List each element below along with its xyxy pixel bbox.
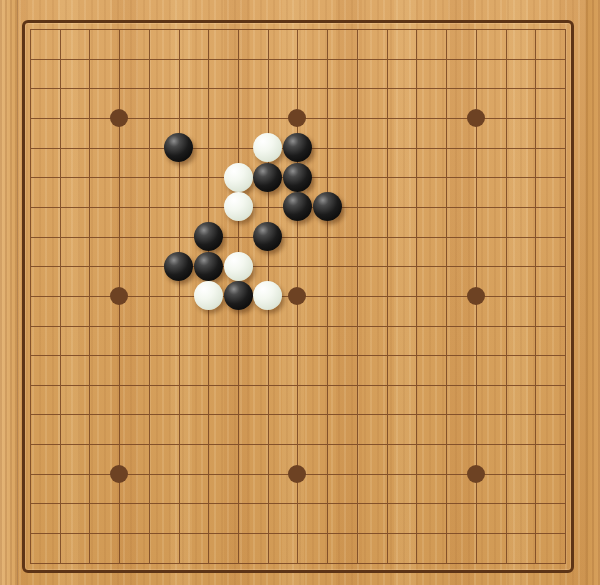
intersection-5-12[interactable] xyxy=(134,340,164,370)
intersection-8-15[interactable] xyxy=(223,429,253,459)
intersection-11-11[interactable] xyxy=(312,311,342,341)
intersection-14-8[interactable] xyxy=(401,222,431,252)
intersection-6-8[interactable] xyxy=(164,222,194,252)
intersection-2-3[interactable] xyxy=(45,73,75,103)
intersection-10-17[interactable] xyxy=(283,488,313,518)
intersection-6-5[interactable] xyxy=(164,133,194,163)
intersection-4-13[interactable] xyxy=(104,370,134,400)
intersection-3-6[interactable] xyxy=(75,162,105,192)
intersection-18-6[interactable] xyxy=(520,162,550,192)
intersection-10-12[interactable] xyxy=(283,340,313,370)
intersection-11-18[interactable] xyxy=(312,518,342,548)
intersection-10-4[interactable] xyxy=(283,103,313,133)
intersection-11-7[interactable] xyxy=(312,192,342,222)
intersection-18-16[interactable] xyxy=(520,459,550,489)
intersection-14-9[interactable] xyxy=(401,251,431,281)
intersection-8-19[interactable] xyxy=(223,548,253,578)
intersection-12-3[interactable] xyxy=(342,73,372,103)
intersection-3-3[interactable] xyxy=(75,73,105,103)
intersection-4-18[interactable] xyxy=(104,518,134,548)
intersection-4-19[interactable] xyxy=(104,548,134,578)
intersection-14-13[interactable] xyxy=(401,370,431,400)
intersection-15-17[interactable] xyxy=(431,488,461,518)
intersection-9-16[interactable] xyxy=(253,459,283,489)
intersection-4-4[interactable] xyxy=(104,103,134,133)
intersection-17-1[interactable] xyxy=(491,14,521,44)
intersection-1-19[interactable] xyxy=(15,548,45,578)
intersection-4-5[interactable] xyxy=(104,133,134,163)
intersection-11-10[interactable] xyxy=(312,281,342,311)
intersection-15-16[interactable] xyxy=(431,459,461,489)
intersection-18-9[interactable] xyxy=(520,251,550,281)
intersection-5-5[interactable] xyxy=(134,133,164,163)
intersection-7-9[interactable] xyxy=(193,251,223,281)
intersection-7-8[interactable] xyxy=(193,222,223,252)
intersection-11-16[interactable] xyxy=(312,459,342,489)
intersection-15-4[interactable] xyxy=(431,103,461,133)
intersection-17-4[interactable] xyxy=(491,103,521,133)
intersection-17-18[interactable] xyxy=(491,518,521,548)
intersection-18-5[interactable] xyxy=(520,133,550,163)
intersection-14-16[interactable] xyxy=(401,459,431,489)
intersection-19-16[interactable] xyxy=(550,459,580,489)
intersection-2-12[interactable] xyxy=(45,340,75,370)
intersection-17-8[interactable] xyxy=(491,222,521,252)
intersection-8-17[interactable] xyxy=(223,488,253,518)
intersection-16-3[interactable] xyxy=(461,73,491,103)
intersection-10-10[interactable] xyxy=(283,281,313,311)
intersection-9-18[interactable] xyxy=(253,518,283,548)
intersection-9-7[interactable] xyxy=(253,192,283,222)
intersection-16-2[interactable] xyxy=(461,44,491,74)
intersection-16-15[interactable] xyxy=(461,429,491,459)
intersection-13-9[interactable] xyxy=(372,251,402,281)
intersection-10-8[interactable] xyxy=(283,222,313,252)
intersection-6-9[interactable] xyxy=(164,251,194,281)
intersection-4-17[interactable] xyxy=(104,488,134,518)
intersection-3-16[interactable] xyxy=(75,459,105,489)
intersection-17-13[interactable] xyxy=(491,370,521,400)
intersection-12-14[interactable] xyxy=(342,400,372,430)
intersection-2-17[interactable] xyxy=(45,488,75,518)
intersection-19-5[interactable] xyxy=(550,133,580,163)
intersection-6-12[interactable] xyxy=(164,340,194,370)
intersection-14-6[interactable] xyxy=(401,162,431,192)
intersection-11-1[interactable] xyxy=(312,14,342,44)
intersection-12-11[interactable] xyxy=(342,311,372,341)
intersection-11-2[interactable] xyxy=(312,44,342,74)
intersection-10-6[interactable] xyxy=(283,162,313,192)
intersection-6-13[interactable] xyxy=(164,370,194,400)
intersection-10-18[interactable] xyxy=(283,518,313,548)
intersection-5-1[interactable] xyxy=(134,14,164,44)
intersection-6-15[interactable] xyxy=(164,429,194,459)
intersection-13-8[interactable] xyxy=(372,222,402,252)
intersection-19-12[interactable] xyxy=(550,340,580,370)
intersection-18-19[interactable] xyxy=(520,548,550,578)
intersection-10-15[interactable] xyxy=(283,429,313,459)
intersection-14-1[interactable] xyxy=(401,14,431,44)
intersection-7-15[interactable] xyxy=(193,429,223,459)
intersection-16-6[interactable] xyxy=(461,162,491,192)
intersection-8-5[interactable] xyxy=(223,133,253,163)
intersection-8-12[interactable] xyxy=(223,340,253,370)
intersection-8-16[interactable] xyxy=(223,459,253,489)
intersection-6-10[interactable] xyxy=(164,281,194,311)
intersection-18-15[interactable] xyxy=(520,429,550,459)
intersection-9-11[interactable] xyxy=(253,311,283,341)
intersection-1-11[interactable] xyxy=(15,311,45,341)
intersection-6-17[interactable] xyxy=(164,488,194,518)
intersection-11-4[interactable] xyxy=(312,103,342,133)
intersection-3-8[interactable] xyxy=(75,222,105,252)
intersection-9-8[interactable] xyxy=(253,222,283,252)
intersection-14-3[interactable] xyxy=(401,73,431,103)
intersection-12-9[interactable] xyxy=(342,251,372,281)
intersection-5-3[interactable] xyxy=(134,73,164,103)
intersection-5-14[interactable] xyxy=(134,400,164,430)
intersection-1-12[interactable] xyxy=(15,340,45,370)
intersection-7-2[interactable] xyxy=(193,44,223,74)
intersection-6-19[interactable] xyxy=(164,548,194,578)
intersection-8-2[interactable] xyxy=(223,44,253,74)
intersection-18-11[interactable] xyxy=(520,311,550,341)
intersection-19-6[interactable] xyxy=(550,162,580,192)
intersection-7-6[interactable] xyxy=(193,162,223,192)
intersection-19-17[interactable] xyxy=(550,488,580,518)
intersection-15-7[interactable] xyxy=(431,192,461,222)
intersection-4-14[interactable] xyxy=(104,400,134,430)
intersection-16-17[interactable] xyxy=(461,488,491,518)
intersection-2-14[interactable] xyxy=(45,400,75,430)
intersection-12-13[interactable] xyxy=(342,370,372,400)
intersection-9-4[interactable] xyxy=(253,103,283,133)
intersection-9-13[interactable] xyxy=(253,370,283,400)
intersection-15-11[interactable] xyxy=(431,311,461,341)
intersection-2-5[interactable] xyxy=(45,133,75,163)
intersection-19-8[interactable] xyxy=(550,222,580,252)
intersection-16-12[interactable] xyxy=(461,340,491,370)
intersection-6-2[interactable] xyxy=(164,44,194,74)
intersection-13-11[interactable] xyxy=(372,311,402,341)
intersection-4-12[interactable] xyxy=(104,340,134,370)
intersection-7-4[interactable] xyxy=(193,103,223,133)
intersection-13-17[interactable] xyxy=(372,488,402,518)
intersection-18-13[interactable] xyxy=(520,370,550,400)
intersection-15-14[interactable] xyxy=(431,400,461,430)
intersection-12-5[interactable] xyxy=(342,133,372,163)
intersection-18-8[interactable] xyxy=(520,222,550,252)
intersection-11-9[interactable] xyxy=(312,251,342,281)
intersection-10-11[interactable] xyxy=(283,311,313,341)
intersection-1-10[interactable] xyxy=(15,281,45,311)
intersection-15-9[interactable] xyxy=(431,251,461,281)
intersection-5-15[interactable] xyxy=(134,429,164,459)
intersection-3-18[interactable] xyxy=(75,518,105,548)
intersection-7-1[interactable] xyxy=(193,14,223,44)
intersection-5-11[interactable] xyxy=(134,311,164,341)
intersection-19-13[interactable] xyxy=(550,370,580,400)
intersection-12-4[interactable] xyxy=(342,103,372,133)
intersection-16-18[interactable] xyxy=(461,518,491,548)
intersection-9-1[interactable] xyxy=(253,14,283,44)
intersection-2-15[interactable] xyxy=(45,429,75,459)
intersection-7-16[interactable] xyxy=(193,459,223,489)
intersection-9-2[interactable] xyxy=(253,44,283,74)
intersection-17-10[interactable] xyxy=(491,281,521,311)
intersection-11-6[interactable] xyxy=(312,162,342,192)
intersection-16-16[interactable] xyxy=(461,459,491,489)
intersection-12-8[interactable] xyxy=(342,222,372,252)
intersection-19-4[interactable] xyxy=(550,103,580,133)
intersection-1-17[interactable] xyxy=(15,488,45,518)
intersection-15-2[interactable] xyxy=(431,44,461,74)
intersection-15-13[interactable] xyxy=(431,370,461,400)
intersection-5-13[interactable] xyxy=(134,370,164,400)
intersection-6-11[interactable] xyxy=(164,311,194,341)
intersection-19-18[interactable] xyxy=(550,518,580,548)
intersection-2-19[interactable] xyxy=(45,548,75,578)
intersection-4-15[interactable] xyxy=(104,429,134,459)
intersection-6-3[interactable] xyxy=(164,73,194,103)
intersection-15-8[interactable] xyxy=(431,222,461,252)
intersection-5-4[interactable] xyxy=(134,103,164,133)
intersection-19-10[interactable] xyxy=(550,281,580,311)
intersection-15-10[interactable] xyxy=(431,281,461,311)
intersection-15-19[interactable] xyxy=(431,548,461,578)
intersection-5-9[interactable] xyxy=(134,251,164,281)
intersection-2-1[interactable] xyxy=(45,14,75,44)
intersection-17-6[interactable] xyxy=(491,162,521,192)
intersection-2-11[interactable] xyxy=(45,311,75,341)
intersection-10-1[interactable] xyxy=(283,14,313,44)
intersection-2-4[interactable] xyxy=(45,103,75,133)
intersection-8-7[interactable] xyxy=(223,192,253,222)
intersection-5-8[interactable] xyxy=(134,222,164,252)
intersection-3-1[interactable] xyxy=(75,14,105,44)
intersection-1-8[interactable] xyxy=(15,222,45,252)
intersection-3-14[interactable] xyxy=(75,400,105,430)
intersection-9-12[interactable] xyxy=(253,340,283,370)
intersection-1-14[interactable] xyxy=(15,400,45,430)
intersection-6-4[interactable] xyxy=(164,103,194,133)
intersection-12-2[interactable] xyxy=(342,44,372,74)
intersection-1-5[interactable] xyxy=(15,133,45,163)
intersection-17-5[interactable] xyxy=(491,133,521,163)
intersection-17-16[interactable] xyxy=(491,459,521,489)
intersection-9-5[interactable] xyxy=(253,133,283,163)
intersection-5-2[interactable] xyxy=(134,44,164,74)
intersection-8-11[interactable] xyxy=(223,311,253,341)
intersection-3-15[interactable] xyxy=(75,429,105,459)
intersection-9-9[interactable] xyxy=(253,251,283,281)
intersection-18-4[interactable] xyxy=(520,103,550,133)
intersection-19-2[interactable] xyxy=(550,44,580,74)
intersection-17-19[interactable] xyxy=(491,548,521,578)
intersection-7-19[interactable] xyxy=(193,548,223,578)
intersection-16-14[interactable] xyxy=(461,400,491,430)
intersection-15-1[interactable] xyxy=(431,14,461,44)
intersection-3-12[interactable] xyxy=(75,340,105,370)
intersection-14-7[interactable] xyxy=(401,192,431,222)
intersection-5-18[interactable] xyxy=(134,518,164,548)
intersection-1-16[interactable] xyxy=(15,459,45,489)
intersection-9-17[interactable] xyxy=(253,488,283,518)
intersection-14-4[interactable] xyxy=(401,103,431,133)
intersection-18-7[interactable] xyxy=(520,192,550,222)
intersection-7-12[interactable] xyxy=(193,340,223,370)
intersection-3-2[interactable] xyxy=(75,44,105,74)
intersection-11-13[interactable] xyxy=(312,370,342,400)
intersection-12-7[interactable] xyxy=(342,192,372,222)
intersection-15-6[interactable] xyxy=(431,162,461,192)
intersection-4-10[interactable] xyxy=(104,281,134,311)
intersection-2-16[interactable] xyxy=(45,459,75,489)
intersection-8-8[interactable] xyxy=(223,222,253,252)
intersection-19-14[interactable] xyxy=(550,400,580,430)
intersection-13-3[interactable] xyxy=(372,73,402,103)
intersection-15-3[interactable] xyxy=(431,73,461,103)
intersection-11-19[interactable] xyxy=(312,548,342,578)
intersection-4-11[interactable] xyxy=(104,311,134,341)
intersection-19-3[interactable] xyxy=(550,73,580,103)
intersection-18-2[interactable] xyxy=(520,44,550,74)
intersection-13-13[interactable] xyxy=(372,370,402,400)
intersection-14-5[interactable] xyxy=(401,133,431,163)
intersection-12-15[interactable] xyxy=(342,429,372,459)
intersection-15-15[interactable] xyxy=(431,429,461,459)
intersection-13-12[interactable] xyxy=(372,340,402,370)
intersection-13-6[interactable] xyxy=(372,162,402,192)
intersection-14-15[interactable] xyxy=(401,429,431,459)
intersection-10-3[interactable] xyxy=(283,73,313,103)
intersection-5-19[interactable] xyxy=(134,548,164,578)
intersection-5-6[interactable] xyxy=(134,162,164,192)
intersection-17-12[interactable] xyxy=(491,340,521,370)
intersection-1-3[interactable] xyxy=(15,73,45,103)
intersection-3-19[interactable] xyxy=(75,548,105,578)
intersection-16-10[interactable] xyxy=(461,281,491,311)
intersection-4-1[interactable] xyxy=(104,14,134,44)
intersection-6-1[interactable] xyxy=(164,14,194,44)
intersection-1-9[interactable] xyxy=(15,251,45,281)
intersection-16-13[interactable] xyxy=(461,370,491,400)
intersection-11-15[interactable] xyxy=(312,429,342,459)
intersection-13-5[interactable] xyxy=(372,133,402,163)
intersection-19-15[interactable] xyxy=(550,429,580,459)
intersection-2-18[interactable] xyxy=(45,518,75,548)
intersection-2-8[interactable] xyxy=(45,222,75,252)
intersection-18-3[interactable] xyxy=(520,73,550,103)
intersection-8-9[interactable] xyxy=(223,251,253,281)
intersection-16-19[interactable] xyxy=(461,548,491,578)
intersection-10-5[interactable] xyxy=(283,133,313,163)
intersection-15-5[interactable] xyxy=(431,133,461,163)
intersection-14-14[interactable] xyxy=(401,400,431,430)
intersection-9-10[interactable] xyxy=(253,281,283,311)
intersection-19-9[interactable] xyxy=(550,251,580,281)
intersection-4-7[interactable] xyxy=(104,192,134,222)
intersection-13-7[interactable] xyxy=(372,192,402,222)
intersection-12-18[interactable] xyxy=(342,518,372,548)
intersection-19-1[interactable] xyxy=(550,14,580,44)
intersection-16-1[interactable] xyxy=(461,14,491,44)
intersection-13-16[interactable] xyxy=(372,459,402,489)
intersection-10-19[interactable] xyxy=(283,548,313,578)
intersection-16-9[interactable] xyxy=(461,251,491,281)
intersection-3-9[interactable] xyxy=(75,251,105,281)
intersection-7-11[interactable] xyxy=(193,311,223,341)
intersection-19-19[interactable] xyxy=(550,548,580,578)
intersection-7-18[interactable] xyxy=(193,518,223,548)
intersection-14-19[interactable] xyxy=(401,548,431,578)
intersection-1-4[interactable] xyxy=(15,103,45,133)
intersection-1-7[interactable] xyxy=(15,192,45,222)
intersection-11-5[interactable] xyxy=(312,133,342,163)
intersection-13-15[interactable] xyxy=(372,429,402,459)
intersection-10-2[interactable] xyxy=(283,44,313,74)
intersection-17-2[interactable] xyxy=(491,44,521,74)
intersection-1-2[interactable] xyxy=(15,44,45,74)
intersection-2-13[interactable] xyxy=(45,370,75,400)
intersection-16-7[interactable] xyxy=(461,192,491,222)
intersection-17-17[interactable] xyxy=(491,488,521,518)
intersection-16-4[interactable] xyxy=(461,103,491,133)
intersection-11-14[interactable] xyxy=(312,400,342,430)
intersection-15-18[interactable] xyxy=(431,518,461,548)
intersection-1-13[interactable] xyxy=(15,370,45,400)
intersection-13-4[interactable] xyxy=(372,103,402,133)
intersection-16-11[interactable] xyxy=(461,311,491,341)
intersection-18-1[interactable] xyxy=(520,14,550,44)
intersection-8-18[interactable] xyxy=(223,518,253,548)
intersection-17-9[interactable] xyxy=(491,251,521,281)
intersection-4-8[interactable] xyxy=(104,222,134,252)
intersection-7-17[interactable] xyxy=(193,488,223,518)
intersection-1-1[interactable] xyxy=(15,14,45,44)
intersection-12-17[interactable] xyxy=(342,488,372,518)
intersection-8-14[interactable] xyxy=(223,400,253,430)
intersection-12-19[interactable] xyxy=(342,548,372,578)
intersection-11-8[interactable] xyxy=(312,222,342,252)
intersection-18-17[interactable] xyxy=(520,488,550,518)
intersection-15-12[interactable] xyxy=(431,340,461,370)
intersection-6-6[interactable] xyxy=(164,162,194,192)
intersection-3-5[interactable] xyxy=(75,133,105,163)
intersection-9-14[interactable] xyxy=(253,400,283,430)
intersection-8-10[interactable] xyxy=(223,281,253,311)
intersection-1-18[interactable] xyxy=(15,518,45,548)
intersection-5-10[interactable] xyxy=(134,281,164,311)
intersection-7-10[interactable] xyxy=(193,281,223,311)
intersection-12-1[interactable] xyxy=(342,14,372,44)
intersection-10-7[interactable] xyxy=(283,192,313,222)
intersection-7-14[interactable] xyxy=(193,400,223,430)
intersection-18-12[interactable] xyxy=(520,340,550,370)
intersection-11-12[interactable] xyxy=(312,340,342,370)
intersection-4-3[interactable] xyxy=(104,73,134,103)
intersection-10-9[interactable] xyxy=(283,251,313,281)
intersection-5-17[interactable] xyxy=(134,488,164,518)
intersection-8-4[interactable] xyxy=(223,103,253,133)
intersection-3-7[interactable] xyxy=(75,192,105,222)
intersection-12-12[interactable] xyxy=(342,340,372,370)
intersection-7-13[interactable] xyxy=(193,370,223,400)
intersection-9-19[interactable] xyxy=(253,548,283,578)
intersection-16-5[interactable] xyxy=(461,133,491,163)
intersection-13-10[interactable] xyxy=(372,281,402,311)
intersection-3-13[interactable] xyxy=(75,370,105,400)
